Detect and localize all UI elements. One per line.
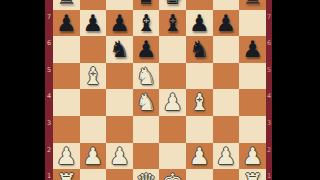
black-knight-c6: ♞: [109, 36, 130, 63]
white-rook-h1: ♜: [242, 169, 263, 180]
black-pawn-a7: ♟: [56, 10, 77, 37]
square-h4: [239, 89, 266, 116]
square-e7: ♝: [159, 10, 186, 37]
white-bishop-b5: ♝: [83, 63, 104, 90]
chess-board-frame: 7654321 7654321 ♜♛♚♜♟♟♟♝♝♟♟♞♟♞♟♝♞♞♟♝♟♟♟♟…: [45, 0, 272, 180]
square-h1: ♜: [239, 169, 266, 180]
square-d8: ♛: [133, 0, 160, 10]
rank-label-7: 7: [266, 14, 272, 21]
black-bishop-d7: ♝: [136, 10, 157, 37]
square-e1: ♚: [159, 169, 186, 180]
square-c5: [106, 63, 133, 90]
square-h5: [239, 63, 266, 90]
white-bishop-f4: ♝: [189, 89, 210, 116]
square-e5: [159, 63, 186, 90]
black-pawn-b7: ♟: [83, 10, 104, 37]
square-f4: ♝: [186, 89, 213, 116]
rank-label-5: 5: [266, 67, 272, 74]
white-pawn-h2: ♟: [242, 143, 263, 170]
square-g5: [213, 63, 240, 90]
square-f1: [186, 169, 213, 180]
square-d5: ♞: [133, 63, 160, 90]
rank-label-7: 7: [45, 14, 53, 21]
white-queen-d1: ♛: [136, 169, 157, 180]
rank-label-5: 5: [45, 67, 53, 74]
white-king-e1: ♚: [162, 169, 183, 180]
square-b8: [80, 0, 107, 10]
black-pawn-g7: ♟: [216, 10, 237, 37]
black-pawn-h6: ♟: [242, 36, 263, 63]
square-a2: ♟: [53, 143, 80, 170]
square-b7: ♟: [80, 10, 107, 37]
square-a5: [53, 63, 80, 90]
square-c7: ♟: [106, 10, 133, 37]
square-g4: [213, 89, 240, 116]
square-b5: ♝: [80, 63, 107, 90]
square-a8: ♜: [53, 0, 80, 10]
square-h8: ♜: [239, 0, 266, 10]
square-h7: [239, 10, 266, 37]
right-black-bar: [272, 0, 320, 180]
chess-board: ♜♛♚♜♟♟♟♝♝♟♟♞♟♞♟♝♞♞♟♝♟♟♟♟♟♟♜♛♚♜: [53, 0, 266, 180]
rank-label-2: 2: [266, 147, 272, 154]
white-pawn-g2: ♟: [216, 143, 237, 170]
square-g3: [213, 116, 240, 143]
rank-label-1: 1: [45, 173, 53, 180]
square-b2: ♟: [80, 143, 107, 170]
black-rook-a8: ♜: [56, 0, 77, 10]
rank-label-4: 4: [45, 93, 53, 100]
square-h6: ♟: [239, 36, 266, 63]
square-a7: ♟: [53, 10, 80, 37]
square-f2: ♟: [186, 143, 213, 170]
square-a6: [53, 36, 80, 63]
square-g7: ♟: [213, 10, 240, 37]
square-f8: [186, 0, 213, 10]
white-pawn-f2: ♟: [189, 143, 210, 170]
square-e2: [159, 143, 186, 170]
square-d2: [133, 143, 160, 170]
black-pawn-c7: ♟: [109, 10, 130, 37]
white-knight-d4: ♞: [136, 89, 157, 116]
square-c2: ♟: [106, 143, 133, 170]
square-f3: [186, 116, 213, 143]
square-b6: [80, 36, 107, 63]
square-g8: [213, 0, 240, 10]
square-h3: [239, 116, 266, 143]
square-f7: ♟: [186, 10, 213, 37]
white-pawn-b2: ♟: [83, 143, 104, 170]
square-e3: [159, 116, 186, 143]
square-g2: ♟: [213, 143, 240, 170]
board-border-right: 7654321: [266, 0, 272, 180]
square-e6: [159, 36, 186, 63]
square-a1: ♜: [53, 169, 80, 180]
black-pawn-d6: ♟: [136, 36, 157, 63]
square-h2: ♟: [239, 143, 266, 170]
video-frame: 7654321 7654321 ♜♛♚♜♟♟♟♝♝♟♟♞♟♞♟♝♞♞♟♝♟♟♟♟…: [0, 0, 320, 180]
rank-label-4: 4: [266, 93, 272, 100]
left-black-bar: [0, 0, 45, 180]
square-g1: [213, 169, 240, 180]
white-pawn-a2: ♟: [56, 143, 77, 170]
square-f5: [186, 63, 213, 90]
black-queen-d8: ♛: [136, 0, 157, 10]
square-f6: ♞: [186, 36, 213, 63]
square-c1: [106, 169, 133, 180]
square-e4: ♟: [159, 89, 186, 116]
square-d1: ♛: [133, 169, 160, 180]
square-d6: ♟: [133, 36, 160, 63]
black-knight-f6: ♞: [189, 36, 210, 63]
square-b1: [80, 169, 107, 180]
black-king-e8: ♚: [162, 0, 183, 10]
white-knight-d5: ♞: [136, 63, 157, 90]
square-d7: ♝: [133, 10, 160, 37]
square-a4: [53, 89, 80, 116]
square-c6: ♞: [106, 36, 133, 63]
square-d3: [133, 116, 160, 143]
black-pawn-f7: ♟: [189, 10, 210, 37]
board-border-left: 7654321: [45, 0, 53, 180]
rank-label-3: 3: [45, 120, 53, 127]
rank-label-1: 1: [266, 173, 272, 180]
rank-label-2: 2: [45, 147, 53, 154]
square-b3: [80, 116, 107, 143]
rank-label-6: 6: [266, 40, 272, 47]
square-a3: [53, 116, 80, 143]
square-c8: [106, 0, 133, 10]
white-pawn-c2: ♟: [109, 143, 130, 170]
square-c3: [106, 116, 133, 143]
white-rook-a1: ♜: [56, 169, 77, 180]
black-bishop-e7: ♝: [162, 10, 183, 37]
square-c4: [106, 89, 133, 116]
rank-label-6: 6: [45, 40, 53, 47]
white-pawn-e4: ♟: [162, 89, 183, 116]
square-g6: [213, 36, 240, 63]
square-b4: [80, 89, 107, 116]
square-d4: ♞: [133, 89, 160, 116]
black-rook-h8: ♜: [242, 0, 263, 10]
rank-label-3: 3: [266, 120, 272, 127]
square-e8: ♚: [159, 0, 186, 10]
